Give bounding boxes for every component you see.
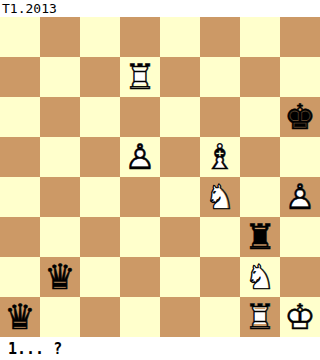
black-rook-g3[interactable]: ♜ <box>240 217 280 257</box>
square-d2[interactable] <box>120 257 160 297</box>
white-rook-d7[interactable]: ♜♖ <box>120 57 160 97</box>
knight-outline-glyph: ♘ <box>240 257 280 297</box>
square-g5[interactable] <box>240 137 280 177</box>
white-pawn-h4[interactable]: ♟♙ <box>280 177 320 217</box>
square-f3[interactable] <box>200 217 240 257</box>
queen-glyph: ♛ <box>40 257 80 297</box>
square-h8[interactable] <box>280 17 320 57</box>
square-f6[interactable] <box>200 97 240 137</box>
pawn-outline-glyph: ♙ <box>280 177 320 217</box>
square-d7[interactable]: ♜♖ <box>120 57 160 97</box>
white-bishop-f5[interactable]: ♝♗ <box>200 137 240 177</box>
puzzle-title: T1.2013 <box>2 1 57 16</box>
white-knight-g2[interactable]: ♞♘ <box>240 257 280 297</box>
square-c2[interactable] <box>80 257 120 297</box>
bishop-outline-glyph: ♗ <box>200 137 240 177</box>
square-c6[interactable] <box>80 97 120 137</box>
square-d8[interactable] <box>120 17 160 57</box>
rook-glyph: ♜ <box>240 217 280 257</box>
black-queen-b2[interactable]: ♛ <box>40 257 80 297</box>
king-outline-glyph: ♔ <box>280 297 320 337</box>
chess-puzzle-diagram: T1.2013 ♜♖♚♟♙♝♗♞♘♟♙♜♛♞♘♛♜♖♚♔ 1... ? <box>0 0 320 360</box>
square-a7[interactable] <box>0 57 40 97</box>
square-c7[interactable] <box>80 57 120 97</box>
square-e7[interactable] <box>160 57 200 97</box>
square-c1[interactable] <box>80 297 120 337</box>
square-f5[interactable]: ♝♗ <box>200 137 240 177</box>
square-h7[interactable] <box>280 57 320 97</box>
title-bar: T1.2013 <box>0 0 320 17</box>
square-e2[interactable] <box>160 257 200 297</box>
black-king-h6[interactable]: ♚ <box>280 97 320 137</box>
square-c4[interactable] <box>80 177 120 217</box>
square-a3[interactable] <box>0 217 40 257</box>
square-g7[interactable] <box>240 57 280 97</box>
square-g3[interactable]: ♜ <box>240 217 280 257</box>
square-g2[interactable]: ♞♘ <box>240 257 280 297</box>
square-d3[interactable] <box>120 217 160 257</box>
rook-outline-glyph: ♖ <box>240 297 280 337</box>
square-b2[interactable]: ♛ <box>40 257 80 297</box>
square-d4[interactable] <box>120 177 160 217</box>
square-a6[interactable] <box>0 97 40 137</box>
square-b7[interactable] <box>40 57 80 97</box>
white-rook-g1[interactable]: ♜♖ <box>240 297 280 337</box>
square-a8[interactable] <box>0 17 40 57</box>
square-a2[interactable] <box>0 257 40 297</box>
square-a4[interactable] <box>0 177 40 217</box>
queen-glyph: ♛ <box>0 297 40 337</box>
square-h1[interactable]: ♚♔ <box>280 297 320 337</box>
square-b3[interactable] <box>40 217 80 257</box>
square-h3[interactable] <box>280 217 320 257</box>
pawn-outline-glyph: ♙ <box>120 137 160 177</box>
square-g8[interactable] <box>240 17 280 57</box>
square-h2[interactable] <box>280 257 320 297</box>
square-f2[interactable] <box>200 257 240 297</box>
square-e8[interactable] <box>160 17 200 57</box>
square-h5[interactable] <box>280 137 320 177</box>
square-d6[interactable] <box>120 97 160 137</box>
footer-bar: 1... ? <box>0 337 320 360</box>
square-e3[interactable] <box>160 217 200 257</box>
square-c5[interactable] <box>80 137 120 177</box>
square-f4[interactable]: ♞♘ <box>200 177 240 217</box>
square-e1[interactable] <box>160 297 200 337</box>
square-f8[interactable] <box>200 17 240 57</box>
square-d5[interactable]: ♟♙ <box>120 137 160 177</box>
square-g4[interactable] <box>240 177 280 217</box>
square-d1[interactable] <box>120 297 160 337</box>
king-glyph: ♚ <box>280 97 320 137</box>
white-pawn-d5[interactable]: ♟♙ <box>120 137 160 177</box>
square-e5[interactable] <box>160 137 200 177</box>
square-c8[interactable] <box>80 17 120 57</box>
square-b8[interactable] <box>40 17 80 57</box>
square-f7[interactable] <box>200 57 240 97</box>
black-queen-a1[interactable]: ♛ <box>0 297 40 337</box>
square-b6[interactable] <box>40 97 80 137</box>
chess-board: ♜♖♚♟♙♝♗♞♘♟♙♜♛♞♘♛♜♖♚♔ <box>0 17 320 337</box>
knight-outline-glyph: ♘ <box>200 177 240 217</box>
square-a5[interactable] <box>0 137 40 177</box>
white-knight-f4[interactable]: ♞♘ <box>200 177 240 217</box>
square-e6[interactable] <box>160 97 200 137</box>
square-f1[interactable] <box>200 297 240 337</box>
square-b5[interactable] <box>40 137 80 177</box>
square-e4[interactable] <box>160 177 200 217</box>
square-b4[interactable] <box>40 177 80 217</box>
square-b1[interactable] <box>40 297 80 337</box>
move-prompt: 1... ? <box>8 340 62 358</box>
square-c3[interactable] <box>80 217 120 257</box>
square-g6[interactable] <box>240 97 280 137</box>
square-h6[interactable]: ♚ <box>280 97 320 137</box>
square-g1[interactable]: ♜♖ <box>240 297 280 337</box>
white-king-h1[interactable]: ♚♔ <box>280 297 320 337</box>
rook-outline-glyph: ♖ <box>120 57 160 97</box>
square-a1[interactable]: ♛ <box>0 297 40 337</box>
square-h4[interactable]: ♟♙ <box>280 177 320 217</box>
